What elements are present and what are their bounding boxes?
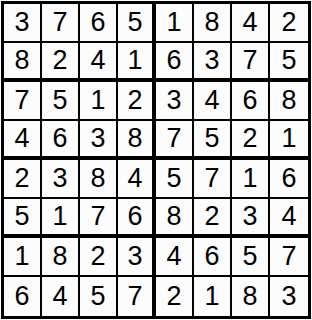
cell-r6c6[interactable]: 2 bbox=[194, 199, 232, 238]
cell-r3c6[interactable]: 4 bbox=[194, 82, 232, 121]
cell-r2c8[interactable]: 5 bbox=[270, 43, 308, 82]
cell-r8c8[interactable]: 3 bbox=[270, 277, 308, 316]
cell-r2c3[interactable]: 4 bbox=[80, 43, 118, 82]
cell-r4c3[interactable]: 3 bbox=[80, 121, 118, 160]
cell-r2c2[interactable]: 2 bbox=[42, 43, 80, 82]
cell-r5c3[interactable]: 8 bbox=[80, 160, 118, 199]
cell-r6c1[interactable]: 5 bbox=[4, 199, 42, 238]
cell-r7c2[interactable]: 8 bbox=[42, 238, 80, 277]
cell-r4c8[interactable]: 1 bbox=[270, 121, 308, 160]
cell-r3c5[interactable]: 3 bbox=[156, 82, 194, 121]
cell-r4c4[interactable]: 8 bbox=[118, 121, 156, 160]
cell-r5c5[interactable]: 5 bbox=[156, 160, 194, 199]
cell-r2c4[interactable]: 1 bbox=[118, 43, 156, 82]
cell-r3c7[interactable]: 6 bbox=[232, 82, 270, 121]
cell-r1c2[interactable]: 7 bbox=[42, 4, 80, 43]
cell-r5c6[interactable]: 7 bbox=[194, 160, 232, 199]
cell-r4c2[interactable]: 6 bbox=[42, 121, 80, 160]
cell-r6c5[interactable]: 8 bbox=[156, 199, 194, 238]
cell-r4c1[interactable]: 4 bbox=[4, 121, 42, 160]
cell-r5c2[interactable]: 3 bbox=[42, 160, 80, 199]
cell-r1c6[interactable]: 8 bbox=[194, 4, 232, 43]
cell-r1c5[interactable]: 1 bbox=[156, 4, 194, 43]
cell-r1c8[interactable]: 2 bbox=[270, 4, 308, 43]
cell-r8c5[interactable]: 2 bbox=[156, 277, 194, 316]
cell-r8c7[interactable]: 8 bbox=[232, 277, 270, 316]
cell-r5c7[interactable]: 1 bbox=[232, 160, 270, 199]
cell-r7c5[interactable]: 4 bbox=[156, 238, 194, 277]
cell-r8c4[interactable]: 7 bbox=[118, 277, 156, 316]
cell-r7c3[interactable]: 2 bbox=[80, 238, 118, 277]
cell-r3c8[interactable]: 8 bbox=[270, 82, 308, 121]
cell-r6c8[interactable]: 4 bbox=[270, 199, 308, 238]
cell-r2c5[interactable]: 6 bbox=[156, 43, 194, 82]
cell-r4c7[interactable]: 2 bbox=[232, 121, 270, 160]
cell-r7c7[interactable]: 5 bbox=[232, 238, 270, 277]
cell-r5c8[interactable]: 6 bbox=[270, 160, 308, 199]
cell-r4c6[interactable]: 5 bbox=[194, 121, 232, 160]
cell-r5c1[interactable]: 2 bbox=[4, 160, 42, 199]
cell-r7c6[interactable]: 6 bbox=[194, 238, 232, 277]
cell-r6c7[interactable]: 3 bbox=[232, 199, 270, 238]
cell-r1c3[interactable]: 6 bbox=[80, 4, 118, 43]
cell-r2c1[interactable]: 8 bbox=[4, 43, 42, 82]
cell-r7c4[interactable]: 3 bbox=[118, 238, 156, 277]
cell-r3c4[interactable]: 2 bbox=[118, 82, 156, 121]
cell-r8c2[interactable]: 4 bbox=[42, 277, 80, 316]
cell-r3c2[interactable]: 5 bbox=[42, 82, 80, 121]
cell-r1c1[interactable]: 3 bbox=[4, 4, 42, 43]
cell-r2c6[interactable]: 3 bbox=[194, 43, 232, 82]
cell-r6c3[interactable]: 7 bbox=[80, 199, 118, 238]
cell-r8c1[interactable]: 6 bbox=[4, 277, 42, 316]
cell-r2c7[interactable]: 7 bbox=[232, 43, 270, 82]
cell-r6c4[interactable]: 6 bbox=[118, 199, 156, 238]
cell-r7c8[interactable]: 7 bbox=[270, 238, 308, 277]
sudoku-page: 3765184282416375751234684638752123845716… bbox=[0, 0, 312, 320]
cell-r6c2[interactable]: 1 bbox=[42, 199, 80, 238]
cell-r8c3[interactable]: 5 bbox=[80, 277, 118, 316]
cell-r4c5[interactable]: 7 bbox=[156, 121, 194, 160]
cell-r5c4[interactable]: 4 bbox=[118, 160, 156, 199]
cell-r1c4[interactable]: 5 bbox=[118, 4, 156, 43]
cell-r7c1[interactable]: 1 bbox=[4, 238, 42, 277]
cell-r3c1[interactable]: 7 bbox=[4, 82, 42, 121]
cell-r8c6[interactable]: 1 bbox=[194, 277, 232, 316]
cell-r1c7[interactable]: 4 bbox=[232, 4, 270, 43]
cell-r3c3[interactable]: 1 bbox=[80, 82, 118, 121]
sudoku-board: 3765184282416375751234684638752123845716… bbox=[1, 1, 311, 319]
